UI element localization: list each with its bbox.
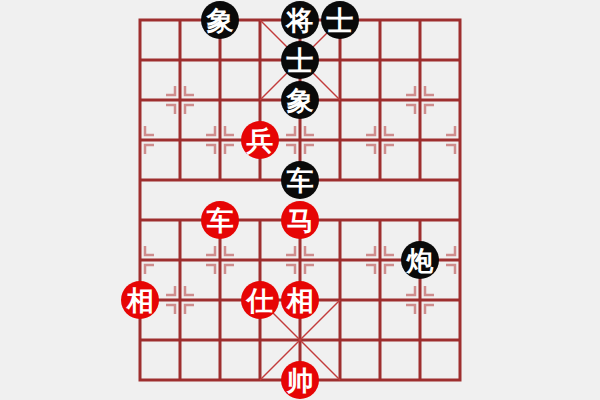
piece-red-advisor[interactable]: 仕 <box>241 281 279 319</box>
piece-layer: 象将士士象兵车车马炮相仕相帅 <box>120 0 480 400</box>
piece-red-general[interactable]: 帅 <box>281 361 319 399</box>
piece-red-chariot[interactable]: 车 <box>201 201 239 239</box>
piece-red-elephant[interactable]: 相 <box>281 281 319 319</box>
piece-red-horse[interactable]: 马 <box>281 201 319 239</box>
xiangqi-board: 象将士士象兵车车马炮相仕相帅 <box>0 0 600 400</box>
piece-black-cannon[interactable]: 炮 <box>401 241 439 279</box>
piece-black-chariot[interactable]: 车 <box>281 161 319 199</box>
piece-red-elephant[interactable]: 相 <box>121 281 159 319</box>
piece-red-soldier[interactable]: 兵 <box>241 121 279 159</box>
piece-black-general[interactable]: 将 <box>281 1 319 39</box>
piece-black-elephant[interactable]: 象 <box>281 81 319 119</box>
piece-black-advisor[interactable]: 士 <box>321 1 359 39</box>
piece-black-elephant[interactable]: 象 <box>201 1 239 39</box>
piece-black-advisor[interactable]: 士 <box>281 41 319 79</box>
